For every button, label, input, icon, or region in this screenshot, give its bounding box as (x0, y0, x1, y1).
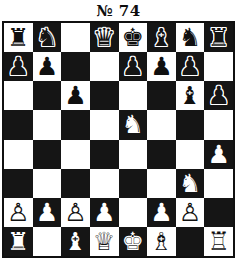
white-pawn-d2[interactable]: ♟ (93, 200, 115, 225)
square-d4[interactable] (90, 140, 119, 169)
square-c8[interactable] (61, 23, 90, 52)
square-e2[interactable] (119, 198, 148, 227)
square-e1[interactable]: ♚ (119, 227, 148, 256)
black-knight-g8[interactable]: ♞ (179, 25, 201, 50)
black-pawn-a7[interactable]: ♟ (7, 54, 29, 79)
white-pawn-g2[interactable]: ♙ (179, 200, 201, 225)
square-g3[interactable]: ♞ (176, 169, 205, 198)
white-knight-g3[interactable]: ♞ (179, 171, 201, 196)
white-rook-h1[interactable]: ♖ (207, 229, 229, 254)
square-e7[interactable]: ♟ (119, 52, 148, 81)
square-g5[interactable] (176, 110, 205, 139)
square-e3[interactable] (119, 169, 148, 198)
black-pawn-h6[interactable]: ♟ (207, 83, 229, 108)
square-g4[interactable] (176, 140, 205, 169)
square-c5[interactable] (61, 110, 90, 139)
square-d6[interactable] (90, 81, 119, 110)
square-e8[interactable]: ♚ (119, 23, 148, 52)
square-b5[interactable] (33, 110, 62, 139)
white-pawn-f2[interactable]: ♟ (150, 200, 172, 225)
square-a5[interactable] (4, 110, 33, 139)
black-bishop-g6[interactable]: ♝ (179, 83, 201, 108)
square-d2[interactable]: ♟ (90, 198, 119, 227)
square-c7[interactable] (61, 52, 90, 81)
square-a3[interactable] (4, 169, 33, 198)
square-d7[interactable] (90, 52, 119, 81)
square-d8[interactable]: ♛ (90, 23, 119, 52)
square-h3[interactable] (204, 169, 233, 198)
diagram-number-title: № 74 (0, 0, 237, 21)
white-queen-d1[interactable]: ♕ (93, 229, 115, 254)
white-bishop-f1[interactable]: ♗ (150, 229, 172, 254)
square-a4[interactable] (4, 140, 33, 169)
square-f3[interactable] (147, 169, 176, 198)
black-rook-a8[interactable]: ♜ (7, 25, 29, 50)
black-knight-b8[interactable]: ♞ (36, 25, 58, 50)
square-h1[interactable]: ♖ (204, 227, 233, 256)
square-h6[interactable]: ♟ (204, 81, 233, 110)
square-a6[interactable] (4, 81, 33, 110)
square-g6[interactable]: ♝ (176, 81, 205, 110)
square-b2[interactable]: ♟ (33, 198, 62, 227)
black-rook-h8[interactable]: ♜ (207, 25, 229, 50)
square-a2[interactable]: ♙ (4, 198, 33, 227)
white-pawn-c2[interactable]: ♙ (64, 200, 86, 225)
white-pawn-b2[interactable]: ♟ (36, 200, 58, 225)
square-a8[interactable]: ♜ (4, 23, 33, 52)
square-b8[interactable]: ♞ (33, 23, 62, 52)
square-h4[interactable]: ♟ (204, 140, 233, 169)
square-e4[interactable] (119, 140, 148, 169)
black-pawn-g7[interactable]: ♟ (179, 54, 201, 79)
square-f5[interactable] (147, 110, 176, 139)
square-h8[interactable]: ♜ (204, 23, 233, 52)
square-c2[interactable]: ♙ (61, 198, 90, 227)
square-e5[interactable]: ♞ (119, 110, 148, 139)
square-d3[interactable] (90, 169, 119, 198)
square-f6[interactable] (147, 81, 176, 110)
square-f4[interactable] (147, 140, 176, 169)
square-d5[interactable] (90, 110, 119, 139)
square-g8[interactable]: ♞ (176, 23, 205, 52)
square-c3[interactable] (61, 169, 90, 198)
square-b7[interactable]: ♟ (33, 52, 62, 81)
square-d1[interactable]: ♕ (90, 227, 119, 256)
black-pawn-e7[interactable]: ♟ (122, 54, 144, 79)
square-c1[interactable]: ♝ (61, 227, 90, 256)
square-c6[interactable]: ♟ (61, 81, 90, 110)
square-b4[interactable] (33, 140, 62, 169)
square-g1[interactable] (176, 227, 205, 256)
square-b6[interactable] (33, 81, 62, 110)
square-b3[interactable] (33, 169, 62, 198)
square-c4[interactable] (61, 140, 90, 169)
square-h7[interactable] (204, 52, 233, 81)
square-h2[interactable] (204, 198, 233, 227)
white-king-e1[interactable]: ♚ (122, 229, 144, 254)
black-pawn-c6[interactable]: ♟ (64, 83, 86, 108)
black-king-e8[interactable]: ♚ (122, 25, 144, 50)
square-b1[interactable] (33, 227, 62, 256)
square-g2[interactable]: ♙ (176, 198, 205, 227)
square-g7[interactable]: ♟ (176, 52, 205, 81)
square-a7[interactable]: ♟ (4, 52, 33, 81)
white-pawn-a2[interactable]: ♙ (7, 200, 29, 225)
square-f2[interactable]: ♟ (147, 198, 176, 227)
square-e6[interactable] (119, 81, 148, 110)
white-bishop-c1[interactable]: ♝ (64, 229, 86, 254)
black-pawn-f7[interactable]: ♟ (150, 54, 172, 79)
white-knight-e5[interactable]: ♞ (122, 112, 144, 137)
square-f8[interactable]: ♝ (147, 23, 176, 52)
chess-board: ♜♞♛♚♝♞♜♟♟♟♟♟♟♝♟♞♟♞♙♟♙♟♟♙♜♝♕♚♗♖ (2, 21, 235, 258)
square-f7[interactable]: ♟ (147, 52, 176, 81)
black-bishop-f8[interactable]: ♝ (150, 25, 172, 50)
square-a1[interactable]: ♜ (4, 227, 33, 256)
white-pawn-h4[interactable]: ♟ (207, 142, 229, 167)
black-pawn-b7[interactable]: ♟ (36, 54, 58, 79)
square-h5[interactable] (204, 110, 233, 139)
black-queen-d8[interactable]: ♛ (93, 25, 115, 50)
square-f1[interactable]: ♗ (147, 227, 176, 256)
white-rook-a1[interactable]: ♜ (7, 229, 29, 254)
